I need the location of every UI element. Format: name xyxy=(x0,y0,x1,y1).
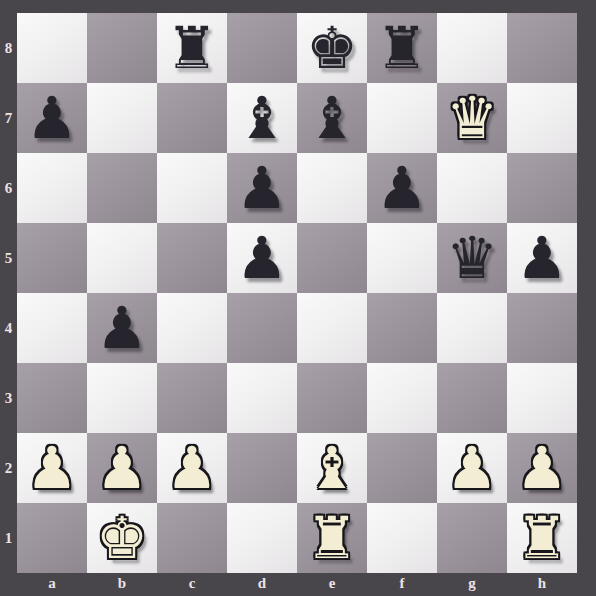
square-f1[interactable] xyxy=(367,503,437,573)
square-e2[interactable]: ♝ xyxy=(297,433,367,503)
piece-white-rook-e1[interactable]: ♜ xyxy=(306,503,358,573)
square-a7[interactable]: ♟ xyxy=(17,83,87,153)
file-label-h: h xyxy=(507,573,577,596)
file-label-a: a xyxy=(17,573,87,596)
square-g1[interactable] xyxy=(437,503,507,573)
rank-label-2: 2 xyxy=(0,433,17,503)
square-f8[interactable]: ♜ xyxy=(367,13,437,83)
chess-board-frame: 87654321 ♜♚♜♟♝♝♛♟♟♟♛♟♟♟♟♟♝♟♟♚♜♜ abcdefgh xyxy=(0,0,596,596)
square-b1[interactable]: ♚ xyxy=(87,503,157,573)
rank-label-6: 6 xyxy=(0,153,17,223)
square-h4[interactable] xyxy=(507,293,577,363)
piece-black-king-e8[interactable]: ♚ xyxy=(306,13,358,83)
square-d5[interactable]: ♟ xyxy=(227,223,297,293)
square-a1[interactable] xyxy=(17,503,87,573)
rank-label-1: 1 xyxy=(0,503,17,573)
square-e6[interactable] xyxy=(297,153,367,223)
square-c8[interactable]: ♜ xyxy=(157,13,227,83)
square-h7[interactable] xyxy=(507,83,577,153)
square-d1[interactable] xyxy=(227,503,297,573)
square-f6[interactable]: ♟ xyxy=(367,153,437,223)
piece-black-queen-g5[interactable]: ♛ xyxy=(446,223,498,293)
square-a6[interactable] xyxy=(17,153,87,223)
square-f3[interactable] xyxy=(367,363,437,433)
square-d8[interactable] xyxy=(227,13,297,83)
piece-white-pawn-g2[interactable]: ♟ xyxy=(446,433,498,503)
square-e4[interactable] xyxy=(297,293,367,363)
rank-label-4: 4 xyxy=(0,293,17,363)
square-g3[interactable] xyxy=(437,363,507,433)
square-b3[interactable] xyxy=(87,363,157,433)
piece-black-rook-f8[interactable]: ♜ xyxy=(376,13,428,83)
square-d4[interactable] xyxy=(227,293,297,363)
square-e7[interactable]: ♝ xyxy=(297,83,367,153)
rank-label-5: 5 xyxy=(0,223,17,293)
square-g5[interactable]: ♛ xyxy=(437,223,507,293)
piece-white-king-b1[interactable]: ♚ xyxy=(96,503,148,573)
square-g6[interactable] xyxy=(437,153,507,223)
square-b2[interactable]: ♟ xyxy=(87,433,157,503)
square-h2[interactable]: ♟ xyxy=(507,433,577,503)
square-f4[interactable] xyxy=(367,293,437,363)
square-c7[interactable] xyxy=(157,83,227,153)
piece-white-bishop-e2[interactable]: ♝ xyxy=(306,433,358,503)
file-labels: abcdefgh xyxy=(17,573,577,596)
square-c2[interactable]: ♟ xyxy=(157,433,227,503)
square-c6[interactable] xyxy=(157,153,227,223)
file-label-b: b xyxy=(87,573,157,596)
square-g8[interactable] xyxy=(437,13,507,83)
piece-white-queen-g7[interactable]: ♛ xyxy=(446,83,498,153)
square-b6[interactable] xyxy=(87,153,157,223)
square-a4[interactable] xyxy=(17,293,87,363)
square-c5[interactable] xyxy=(157,223,227,293)
file-label-c: c xyxy=(157,573,227,596)
piece-white-pawn-b2[interactable]: ♟ xyxy=(96,433,148,503)
square-c3[interactable] xyxy=(157,363,227,433)
rank-label-7: 7 xyxy=(0,83,17,153)
square-b4[interactable]: ♟ xyxy=(87,293,157,363)
square-d6[interactable]: ♟ xyxy=(227,153,297,223)
square-e8[interactable]: ♚ xyxy=(297,13,367,83)
board: ♜♚♜♟♝♝♛♟♟♟♛♟♟♟♟♟♝♟♟♚♜♜ xyxy=(17,13,577,573)
square-d7[interactable]: ♝ xyxy=(227,83,297,153)
square-e3[interactable] xyxy=(297,363,367,433)
square-h1[interactable]: ♜ xyxy=(507,503,577,573)
piece-black-bishop-d7[interactable]: ♝ xyxy=(236,83,288,153)
rank-label-3: 3 xyxy=(0,363,17,433)
piece-black-pawn-f6[interactable]: ♟ xyxy=(376,153,428,223)
square-f5[interactable] xyxy=(367,223,437,293)
rank-label-8: 8 xyxy=(0,13,17,83)
piece-white-pawn-h2[interactable]: ♟ xyxy=(516,433,568,503)
square-h5[interactable]: ♟ xyxy=(507,223,577,293)
piece-black-pawn-d5[interactable]: ♟ xyxy=(236,223,288,293)
square-c4[interactable] xyxy=(157,293,227,363)
piece-black-pawn-b4[interactable]: ♟ xyxy=(96,293,148,363)
piece-white-pawn-c2[interactable]: ♟ xyxy=(166,433,218,503)
file-label-d: d xyxy=(227,573,297,596)
square-a2[interactable]: ♟ xyxy=(17,433,87,503)
square-g2[interactable]: ♟ xyxy=(437,433,507,503)
rank-labels: 87654321 xyxy=(0,13,17,573)
square-g7[interactable]: ♛ xyxy=(437,83,507,153)
file-label-g: g xyxy=(437,573,507,596)
square-h6[interactable] xyxy=(507,153,577,223)
piece-black-bishop-e7[interactable]: ♝ xyxy=(306,83,358,153)
square-b7[interactable] xyxy=(87,83,157,153)
square-f2[interactable] xyxy=(367,433,437,503)
square-h8[interactable] xyxy=(507,13,577,83)
piece-black-rook-c8[interactable]: ♜ xyxy=(166,13,218,83)
file-label-e: e xyxy=(297,573,367,596)
square-b8[interactable] xyxy=(87,13,157,83)
square-f7[interactable] xyxy=(367,83,437,153)
square-g4[interactable] xyxy=(437,293,507,363)
square-e1[interactable]: ♜ xyxy=(297,503,367,573)
piece-black-pawn-a7[interactable]: ♟ xyxy=(26,83,78,153)
piece-white-rook-h1[interactable]: ♜ xyxy=(516,503,568,573)
square-e5[interactable] xyxy=(297,223,367,293)
square-b5[interactable] xyxy=(87,223,157,293)
square-d3[interactable] xyxy=(227,363,297,433)
file-label-f: f xyxy=(367,573,437,596)
square-c1[interactable] xyxy=(157,503,227,573)
square-a8[interactable] xyxy=(17,13,87,83)
piece-black-pawn-d6[interactable]: ♟ xyxy=(236,153,288,223)
piece-white-pawn-a2[interactable]: ♟ xyxy=(26,433,78,503)
piece-black-pawn-h5[interactable]: ♟ xyxy=(516,223,568,293)
square-d2[interactable] xyxy=(227,433,297,503)
square-h3[interactable] xyxy=(507,363,577,433)
square-a5[interactable] xyxy=(17,223,87,293)
square-a3[interactable] xyxy=(17,363,87,433)
